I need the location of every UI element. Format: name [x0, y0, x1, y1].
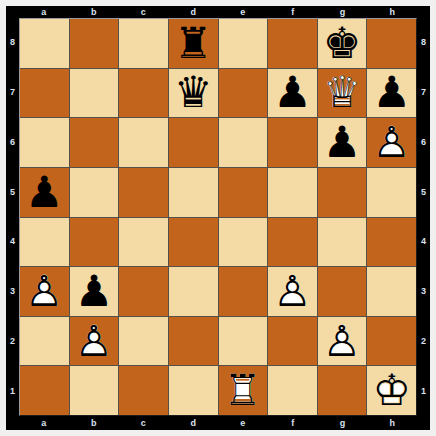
square-h4[interactable] [367, 218, 416, 267]
square-b7[interactable] [70, 69, 119, 118]
square-b5[interactable] [70, 168, 119, 217]
black-pawn-b3[interactable]: ♟ [75, 270, 114, 313]
white-pawn-outline-icon: ♙ [323, 320, 362, 363]
rank-label-3: 3 [417, 267, 430, 317]
square-f7[interactable]: ♟ [268, 69, 317, 118]
square-b2[interactable]: ♟♙ [70, 317, 119, 366]
white-pawn-f3[interactable]: ♟♙ [273, 270, 312, 313]
square-b4[interactable] [70, 218, 119, 267]
square-a6[interactable] [20, 118, 69, 167]
black-pawn-g6[interactable]: ♟ [323, 121, 362, 164]
square-b1[interactable] [70, 366, 119, 415]
rank-label-3: 3 [6, 267, 19, 317]
square-e3[interactable] [219, 267, 268, 316]
square-a1[interactable] [20, 366, 69, 415]
white-pawn-outline-icon: ♙ [273, 270, 312, 313]
chess-board: ♜♚♛♟♛♕♟♟♟♙♟♟♙♟♟♙♟♙♟♙♜♖♚♔ [19, 18, 417, 416]
file-label-b: b [69, 6, 119, 18]
file-labels-bottom: abcdefgh [19, 416, 417, 430]
square-h8[interactable] [367, 19, 416, 68]
square-d4[interactable] [169, 218, 218, 267]
black-pawn-icon: ♟ [273, 71, 312, 114]
square-c5[interactable] [119, 168, 168, 217]
rank-label-1: 1 [6, 366, 19, 416]
white-king-outline-icon: ♔ [372, 369, 411, 412]
square-g7[interactable]: ♛♕ [318, 69, 367, 118]
rank-label-4: 4 [417, 217, 430, 267]
black-pawn-icon: ♟ [25, 171, 64, 214]
square-a3[interactable]: ♟♙ [20, 267, 69, 316]
file-label-c: c [119, 6, 169, 18]
rank-label-6: 6 [6, 118, 19, 168]
square-e2[interactable] [219, 317, 268, 366]
white-queen-outline-icon: ♕ [323, 71, 362, 114]
file-label-d: d [168, 416, 218, 430]
white-pawn-outline-icon: ♙ [25, 270, 64, 313]
square-h1[interactable]: ♚♔ [367, 366, 416, 415]
white-pawn-g2[interactable]: ♟♙ [323, 320, 362, 363]
square-d3[interactable] [169, 267, 218, 316]
square-g1[interactable] [318, 366, 367, 415]
white-pawn-a3[interactable]: ♟♙ [25, 270, 64, 313]
white-pawn-outline-icon: ♙ [75, 320, 114, 363]
file-label-h: h [367, 6, 417, 18]
page-background: abcdefgh 87654321 ♜♚♛♟♛♕♟♟♟♙♟♟♙♟♟♙♟♙♟♙♜♖… [0, 0, 436, 436]
file-label-f: f [268, 416, 318, 430]
square-h6[interactable]: ♟♙ [367, 118, 416, 167]
square-c6[interactable] [119, 118, 168, 167]
black-rook-d8[interactable]: ♜ [174, 22, 213, 65]
rank-label-8: 8 [417, 18, 430, 68]
square-c7[interactable] [119, 69, 168, 118]
black-pawn-h7[interactable]: ♟ [372, 71, 411, 114]
square-d2[interactable] [169, 317, 218, 366]
square-c4[interactable] [119, 218, 168, 267]
black-pawn-icon: ♟ [372, 71, 411, 114]
black-rook-icon: ♜ [174, 22, 213, 65]
black-pawn-icon: ♟ [323, 121, 362, 164]
square-a5[interactable]: ♟ [20, 168, 69, 217]
square-d7[interactable]: ♛ [169, 69, 218, 118]
rank-label-1: 1 [417, 366, 430, 416]
rank-label-2: 2 [6, 317, 19, 367]
black-pawn-icon: ♟ [75, 270, 114, 313]
file-label-d: d [168, 6, 218, 18]
square-f3[interactable]: ♟♙ [268, 267, 317, 316]
file-label-a: a [19, 416, 69, 430]
file-label-h: h [367, 416, 417, 430]
square-a4[interactable] [20, 218, 69, 267]
white-queen-g7[interactable]: ♛♕ [323, 71, 362, 114]
square-d6[interactable] [169, 118, 218, 167]
square-g8[interactable]: ♚ [318, 19, 367, 68]
square-c8[interactable] [119, 19, 168, 68]
square-a7[interactable] [20, 69, 69, 118]
square-f1[interactable] [268, 366, 317, 415]
square-h5[interactable] [367, 168, 416, 217]
square-g2[interactable]: ♟♙ [318, 317, 367, 366]
rank-label-2: 2 [417, 317, 430, 367]
file-label-f: f [268, 6, 318, 18]
white-rook-outline-icon: ♖ [224, 369, 263, 412]
square-b6[interactable] [70, 118, 119, 167]
square-d5[interactable] [169, 168, 218, 217]
black-pawn-a5[interactable]: ♟ [25, 171, 64, 214]
rank-label-6: 6 [417, 118, 430, 168]
square-g6[interactable]: ♟ [318, 118, 367, 167]
square-d8[interactable]: ♜ [169, 19, 218, 68]
square-f4[interactable] [268, 218, 317, 267]
file-label-b: b [69, 416, 119, 430]
white-rook-e1[interactable]: ♜♖ [224, 369, 263, 412]
square-h2[interactable] [367, 317, 416, 366]
rank-label-5: 5 [6, 167, 19, 217]
square-h3[interactable] [367, 267, 416, 316]
rank-labels-right: 87654321 [417, 18, 430, 416]
rank-labels-left: 87654321 [6, 18, 19, 416]
file-label-e: e [218, 6, 268, 18]
square-h7[interactable]: ♟ [367, 69, 416, 118]
square-f2[interactable] [268, 317, 317, 366]
white-pawn-outline-icon: ♙ [372, 121, 411, 164]
rank-label-4: 4 [6, 217, 19, 267]
black-queen-icon: ♛ [174, 71, 213, 114]
black-king-g8[interactable]: ♚ [323, 22, 362, 65]
rank-label-7: 7 [417, 68, 430, 118]
square-c2[interactable] [119, 317, 168, 366]
file-label-e: e [218, 416, 268, 430]
file-label-g: g [318, 6, 368, 18]
black-queen-d7[interactable]: ♛ [174, 71, 213, 114]
square-a8[interactable] [20, 19, 69, 68]
square-f8[interactable] [268, 19, 317, 68]
square-e8[interactable] [219, 19, 268, 68]
square-g3[interactable] [318, 267, 367, 316]
square-e5[interactable] [219, 168, 268, 217]
square-b8[interactable] [70, 19, 119, 68]
square-b3[interactable]: ♟ [70, 267, 119, 316]
square-c1[interactable] [119, 366, 168, 415]
file-label-g: g [318, 416, 368, 430]
file-label-a: a [19, 6, 69, 18]
white-pawn-h6[interactable]: ♟♙ [372, 121, 411, 164]
chess-board-frame: abcdefgh 87654321 ♜♚♛♟♛♕♟♟♟♙♟♟♙♟♟♙♟♙♟♙♜♖… [6, 6, 430, 430]
rank-label-7: 7 [6, 68, 19, 118]
square-f5[interactable] [268, 168, 317, 217]
square-e6[interactable] [219, 118, 268, 167]
square-a2[interactable] [20, 317, 69, 366]
black-pawn-f7[interactable]: ♟ [273, 71, 312, 114]
square-e4[interactable] [219, 218, 268, 267]
white-king-h1[interactable]: ♚♔ [372, 369, 411, 412]
file-label-c: c [119, 416, 169, 430]
square-g5[interactable] [318, 168, 367, 217]
rank-label-5: 5 [417, 167, 430, 217]
white-pawn-b2[interactable]: ♟♙ [75, 320, 114, 363]
square-g4[interactable] [318, 218, 367, 267]
file-labels-top: abcdefgh [19, 6, 417, 18]
square-c3[interactable] [119, 267, 168, 316]
square-e7[interactable] [219, 69, 268, 118]
square-d1[interactable] [169, 366, 218, 415]
black-king-icon: ♚ [323, 22, 362, 65]
rank-label-8: 8 [6, 18, 19, 68]
square-f6[interactable] [268, 118, 317, 167]
square-e1[interactable]: ♜♖ [219, 366, 268, 415]
